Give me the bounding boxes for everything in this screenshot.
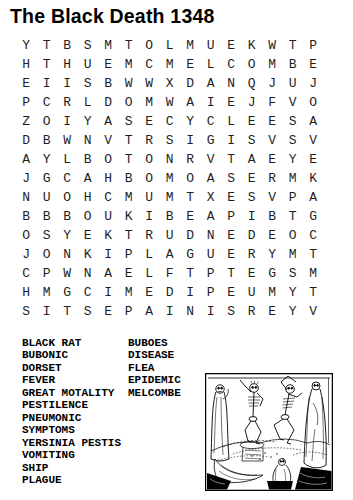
grid-cell-r2c5: E — [98, 55, 119, 74]
grid-cell-r13c8: F — [160, 264, 181, 283]
grid-cell-r12c4: K — [78, 245, 99, 264]
grid-cell-r11c12: D — [242, 226, 263, 245]
word-list-item: PNEUMONIC — [22, 412, 121, 424]
grid-cell-r14c12: U — [242, 283, 263, 302]
grid-cell-r12c7: L — [139, 245, 160, 264]
grid-cell-r5c9: Y — [180, 112, 201, 131]
grid-cell-r6c8: S — [160, 131, 181, 150]
word-list-item: EPIDEMIC — [128, 374, 181, 386]
grid-cell-r14c1: H — [16, 283, 37, 302]
grid-cell-r4c8: W — [160, 93, 181, 112]
grid-cell-r10c10: A — [201, 207, 222, 226]
grid-cell-r9c4: H — [78, 188, 99, 207]
grid-cell-r4c10: I — [201, 93, 222, 112]
grid-cell-r2c3: H — [57, 55, 78, 74]
grid-cell-r13c7: L — [139, 264, 160, 283]
grid-cell-r2c12: O — [242, 55, 263, 74]
grid-cell-r4c12: J — [242, 93, 263, 112]
grid-cell-r6c15: V — [303, 131, 324, 150]
grid-cell-r3c10: A — [201, 74, 222, 93]
grid-cell-r11c6: T — [119, 226, 140, 245]
grid-cell-r8c5: H — [98, 169, 119, 188]
grid-cell-r15c14: Y — [283, 302, 304, 321]
grid-cell-r6c1: D — [16, 131, 37, 150]
grid-cell-r3c3: I — [57, 74, 78, 93]
grid-cell-r2c14: B — [283, 55, 304, 74]
grid-cell-r5c2: O — [37, 112, 58, 131]
grid-cell-r8c6: B — [119, 169, 140, 188]
grid-cell-r8c3: C — [57, 169, 78, 188]
grid-cell-r1c1: Y — [16, 36, 37, 55]
grid-cell-r15c12: R — [242, 302, 263, 321]
grid-cell-r3c8: X — [160, 74, 181, 93]
word-list-item: SHIP — [22, 462, 121, 474]
grid-cell-r11c14: O — [283, 226, 304, 245]
grid-cell-r9c15: A — [303, 188, 324, 207]
grid-cell-r2c11: C — [221, 55, 242, 74]
grid-cell-r8c7: O — [139, 169, 160, 188]
grid-cell-r6c6: T — [119, 131, 140, 150]
grid-cell-r13c3: W — [57, 264, 78, 283]
grid-cell-r4c15: O — [303, 93, 324, 112]
grid-cell-r5c8: C — [160, 112, 181, 131]
grid-cell-r14c10: P — [201, 283, 222, 302]
grid-cell-r4c4: L — [78, 93, 99, 112]
grid-cell-r9c14: P — [283, 188, 304, 207]
grid-cell-r3c4: S — [78, 74, 99, 93]
grid-cell-r9c12: S — [242, 188, 263, 207]
word-list-item: GREAT MOTALITY — [22, 387, 121, 399]
grid-cell-r10c7: I — [139, 207, 160, 226]
grid-cell-r4c3: R — [57, 93, 78, 112]
grid-cell-r10c11: P — [221, 207, 242, 226]
grid-cell-r14c2: M — [37, 283, 58, 302]
grid-cell-r5c6: S — [119, 112, 140, 131]
grid-cell-r10c12: I — [242, 207, 263, 226]
grid-cell-r12c9: G — [180, 245, 201, 264]
grid-cell-r8c2: G — [37, 169, 58, 188]
grid-cell-r3c1: E — [16, 74, 37, 93]
grid-cell-r13c1: C — [16, 264, 37, 283]
grid-cell-r7c14: Y — [283, 150, 304, 169]
grid-cell-r15c7: A — [139, 302, 160, 321]
grid-cell-r10c8: B — [160, 207, 181, 226]
grid-cell-r6c14: S — [283, 131, 304, 150]
grid-cell-r6c10: G — [201, 131, 222, 150]
grid-cell-r11c4: E — [78, 226, 99, 245]
grid-cell-r15c5: E — [98, 302, 119, 321]
word-list-item: BUBOES — [128, 337, 181, 349]
grid-cell-r1c15: P — [303, 36, 324, 55]
grid-cell-r14c5: I — [98, 283, 119, 302]
grid-cell-r11c2: S — [37, 226, 58, 245]
grid-cell-r4c1: P — [16, 93, 37, 112]
grid-cell-r11c5: K — [98, 226, 119, 245]
grid-cell-r14c8: D — [160, 283, 181, 302]
grid-cell-r4c5: D — [98, 93, 119, 112]
grid-cell-r2c2: T — [37, 55, 58, 74]
grid-cell-r4c2: C — [37, 93, 58, 112]
grid-cell-r9c1: N — [16, 188, 37, 207]
grid-cell-r11c11: E — [221, 226, 242, 245]
grid-cell-r2c8: M — [160, 55, 181, 74]
grid-cell-r1c14: T — [283, 36, 304, 55]
grid-cell-r2c10: L — [201, 55, 222, 74]
grid-cell-r8c1: J — [16, 169, 37, 188]
grid-cell-r1c7: O — [139, 36, 160, 55]
grid-cell-r1c5: M — [98, 36, 119, 55]
grid-cell-r8c11: S — [221, 169, 242, 188]
grid-cell-r2c13: M — [262, 55, 283, 74]
grid-cell-r3c2: I — [37, 74, 58, 93]
grid-cell-r11c15: C — [303, 226, 324, 245]
grid-cell-r8c4: A — [78, 169, 99, 188]
grid-cell-r5c3: I — [57, 112, 78, 131]
grid-cell-r15c13: E — [262, 302, 283, 321]
word-list-item: BUBONIC — [22, 349, 121, 361]
grid-cell-r1c13: W — [262, 36, 283, 55]
grid-cell-r12c10: U — [201, 245, 222, 264]
grid-cell-r5c7: E — [139, 112, 160, 131]
grid-cell-r7c5: O — [98, 150, 119, 169]
grid-cell-r7c12: A — [242, 150, 263, 169]
grid-cell-r15c8: I — [160, 302, 181, 321]
grid-cell-r12c13: Y — [262, 245, 283, 264]
grid-cell-r2c7: C — [139, 55, 160, 74]
grid-cell-r5c1: Z — [16, 112, 37, 131]
grid-cell-r13c14: S — [283, 264, 304, 283]
word-list-item: FLEA — [128, 362, 181, 374]
grid-cell-r10c5: U — [98, 207, 119, 226]
grid-cell-r6c4: N — [78, 131, 99, 150]
grid-cell-r7c1: A — [16, 150, 37, 169]
word-list-item: PESTILENCE — [22, 399, 121, 411]
grid-cell-r1c9: M — [180, 36, 201, 55]
page-title: The Black Death 1348 — [10, 5, 215, 28]
grid-cell-r10c14: T — [283, 207, 304, 226]
grid-cell-r13c5: A — [98, 264, 119, 283]
grid-cell-r3c6: W — [119, 74, 140, 93]
grid-cell-r12c3: N — [57, 245, 78, 264]
grid-cell-r1c3: B — [57, 36, 78, 55]
grid-cell-r15c6: P — [119, 302, 140, 321]
grid-cell-r5c11: L — [221, 112, 242, 131]
grid-cell-r8c10: A — [201, 169, 222, 188]
grid-cell-r14c14: Y — [283, 283, 304, 302]
grid-cell-r2c4: U — [78, 55, 99, 74]
grid-cell-r7c2: Y — [37, 150, 58, 169]
grid-cell-r10c2: B — [37, 207, 58, 226]
grid-cell-r9c2: U — [37, 188, 58, 207]
grid-cell-r7c11: T — [221, 150, 242, 169]
grid-cell-r2c6: M — [119, 55, 140, 74]
grid-cell-r1c6: T — [119, 36, 140, 55]
grid-cell-r10c15: G — [303, 207, 324, 226]
grid-cell-r15c2: I — [37, 302, 58, 321]
grid-cell-r14c15: T — [303, 283, 324, 302]
grid-cell-r4c9: A — [180, 93, 201, 112]
grid-cell-r3c7: W — [139, 74, 160, 93]
grid-cell-r3c13: J — [262, 74, 283, 93]
grid-cell-r1c11: E — [221, 36, 242, 55]
grid-cell-r15c15: V — [303, 302, 324, 321]
grid-cell-r11c9: D — [180, 226, 201, 245]
grid-cell-r6c11: I — [221, 131, 242, 150]
grid-cell-r9c8: M — [160, 188, 181, 207]
grid-cell-r5c15: A — [303, 112, 324, 131]
grid-cell-r7c4: B — [78, 150, 99, 169]
grid-cell-r12c8: A — [160, 245, 181, 264]
grid-cell-r7c10: V — [201, 150, 222, 169]
word-search-grid: YTBSMTOLMUEKWTPHTHUEMCMELCOMBEEIISBWWXDA… — [16, 36, 324, 321]
grid-cell-r15c10: I — [201, 302, 222, 321]
word-list-item: SYMPTOMS — [22, 424, 121, 436]
word-list-right-column: BUBOESDISEASEFLEAEPIDEMICMELCOMBE — [128, 337, 181, 399]
grid-cell-r9c10: X — [201, 188, 222, 207]
grid-cell-r3c15: J — [303, 74, 324, 93]
word-list-item: PLAGUE — [22, 474, 121, 486]
grid-cell-r9c3: O — [57, 188, 78, 207]
grid-cell-r4c7: M — [139, 93, 160, 112]
grid-cell-r5c12: E — [242, 112, 263, 131]
grid-cell-r5c10: C — [201, 112, 222, 131]
grid-cell-r2c15: E — [303, 55, 324, 74]
grid-cell-r14c11: E — [221, 283, 242, 302]
grid-cell-r5c4: Y — [78, 112, 99, 131]
word-list-item: VOMITING — [22, 449, 121, 461]
grid-cell-r7c8: N — [160, 150, 181, 169]
grid-cell-r5c5: A — [98, 112, 119, 131]
grid-cell-r12c2: O — [37, 245, 58, 264]
grid-cell-r14c4: C — [78, 283, 99, 302]
word-list-item: YERSINIA PESTIS — [22, 437, 121, 449]
grid-cell-r4c11: E — [221, 93, 242, 112]
grid-cell-r12c15: T — [303, 245, 324, 264]
grid-cell-r6c2: B — [37, 131, 58, 150]
word-list-left-column: BLACK RATBUBONICDORSETFEVERGREAT MOTALIT… — [22, 337, 121, 486]
grid-cell-r8c13: R — [262, 169, 283, 188]
grid-cell-r7c6: T — [119, 150, 140, 169]
grid-cell-r12c14: M — [283, 245, 304, 264]
grid-cell-r1c4: S — [78, 36, 99, 55]
grid-cell-r12c11: E — [221, 245, 242, 264]
grid-cell-r12c5: I — [98, 245, 119, 264]
grid-cell-r9c11: E — [221, 188, 242, 207]
grid-cell-r6c3: W — [57, 131, 78, 150]
grid-cell-r13c6: E — [119, 264, 140, 283]
grid-cell-r3c5: B — [98, 74, 119, 93]
grid-cell-r10c6: K — [119, 207, 140, 226]
grid-cell-r9c7: U — [139, 188, 160, 207]
grid-cell-r1c10: U — [201, 36, 222, 55]
grid-cell-r9c5: C — [98, 188, 119, 207]
grid-cell-r15c4: S — [78, 302, 99, 321]
grid-cell-r1c2: T — [37, 36, 58, 55]
grid-cell-r8c9: O — [180, 169, 201, 188]
grid-cell-r11c8: U — [160, 226, 181, 245]
word-list-item: FEVER — [22, 374, 121, 386]
grid-cell-r6c13: V — [262, 131, 283, 150]
grid-cell-r9c6: M — [119, 188, 140, 207]
grid-cell-r3c14: U — [283, 74, 304, 93]
grid-cell-r11c1: O — [16, 226, 37, 245]
grid-cell-r13c10: P — [201, 264, 222, 283]
grid-cell-r8c15: K — [303, 169, 324, 188]
grid-cell-r8c14: M — [283, 169, 304, 188]
grid-cell-r11c7: R — [139, 226, 160, 245]
grid-cell-r10c1: B — [16, 207, 37, 226]
grid-cell-r3c12: Q — [242, 74, 263, 93]
grid-cell-r13c15: M — [303, 264, 324, 283]
grid-cell-r9c13: V — [262, 188, 283, 207]
grid-cell-r1c8: L — [160, 36, 181, 55]
grid-cell-r6c9: I — [180, 131, 201, 150]
grid-cell-r15c1: S — [16, 302, 37, 321]
word-list-item: DORSET — [22, 362, 121, 374]
grid-cell-r12c6: P — [119, 245, 140, 264]
grid-cell-r4c6: O — [119, 93, 140, 112]
grid-cell-r11c10: N — [201, 226, 222, 245]
grid-cell-r9c9: T — [180, 188, 201, 207]
grid-cell-r13c9: T — [180, 264, 201, 283]
worksheet-page: The Black Death 1348 YTBSMTOLMUEKWTPHTHU… — [0, 0, 353, 500]
grid-cell-r7c3: L — [57, 150, 78, 169]
grid-cell-r12c1: J — [16, 245, 37, 264]
grid-cell-r14c7: E — [139, 283, 160, 302]
grid-cell-r2c1: H — [16, 55, 37, 74]
grid-cell-r15c3: T — [57, 302, 78, 321]
grid-cell-r13c11: T — [221, 264, 242, 283]
grid-cell-r15c9: N — [180, 302, 201, 321]
grid-cell-r13c12: E — [242, 264, 263, 283]
grid-cell-r5c13: E — [262, 112, 283, 131]
grid-cell-r3c9: D — [180, 74, 201, 93]
grid-cell-r7c7: O — [139, 150, 160, 169]
grid-cell-r15c11: S — [221, 302, 242, 321]
grid-cell-r13c2: P — [37, 264, 58, 283]
grid-cell-r7c13: E — [262, 150, 283, 169]
grid-cell-r10c13: B — [262, 207, 283, 226]
grid-cell-r7c9: R — [180, 150, 201, 169]
grid-cell-r12c12: R — [242, 245, 263, 264]
grid-cell-r11c3: Y — [57, 226, 78, 245]
grid-cell-r13c13: G — [262, 264, 283, 283]
word-list-item: DISEASE — [128, 349, 181, 361]
danse-macabre-woodcut — [205, 373, 333, 491]
grid-cell-r14c9: I — [180, 283, 201, 302]
grid-cell-r6c5: V — [98, 131, 119, 150]
grid-cell-r14c13: M — [262, 283, 283, 302]
grid-cell-r2c9: E — [180, 55, 201, 74]
grid-cell-r8c12: E — [242, 169, 263, 188]
grid-cell-r10c4: O — [78, 207, 99, 226]
grid-cell-r3c11: N — [221, 74, 242, 93]
grid-cell-r13c4: N — [78, 264, 99, 283]
word-list-item: MELCOMBE — [128, 387, 181, 399]
grid-cell-r5c14: S — [283, 112, 304, 131]
grid-cell-r6c12: S — [242, 131, 263, 150]
grid-cell-r4c14: V — [283, 93, 304, 112]
grid-cell-r10c3: B — [57, 207, 78, 226]
grid-cell-r7c15: E — [303, 150, 324, 169]
grid-cell-r8c8: M — [160, 169, 181, 188]
grid-cell-r14c3: G — [57, 283, 78, 302]
grid-cell-r1c12: K — [242, 36, 263, 55]
grid-cell-r11c13: E — [262, 226, 283, 245]
grid-cell-r6c7: R — [139, 131, 160, 150]
grid-cell-r4c13: F — [262, 93, 283, 112]
grid-cell-r10c9: E — [180, 207, 201, 226]
word-list-item: BLACK RAT — [22, 337, 121, 349]
grid-cell-r14c6: M — [119, 283, 140, 302]
